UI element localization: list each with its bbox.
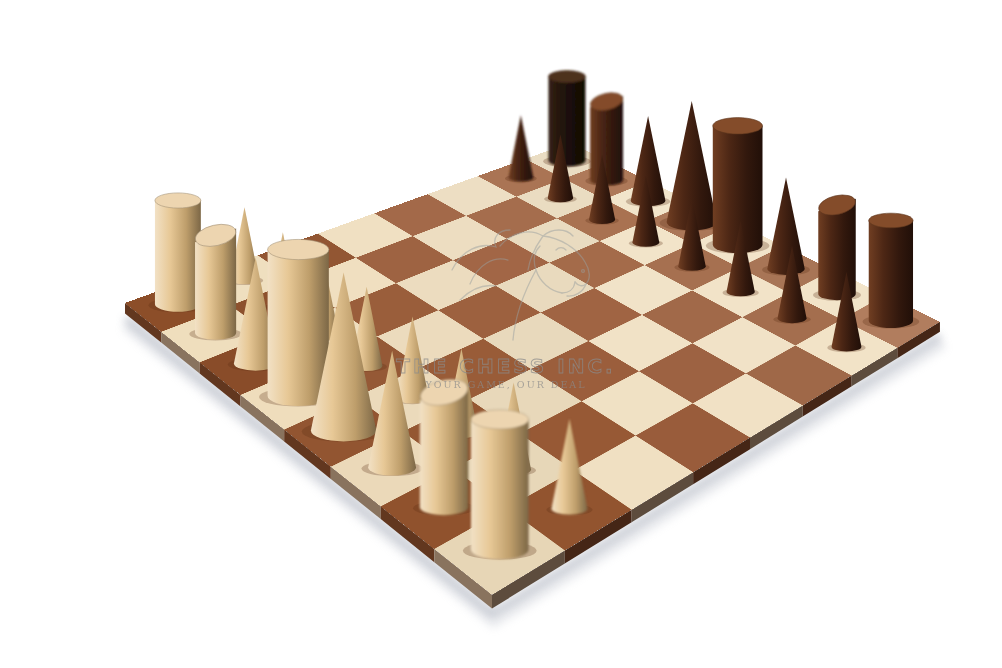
chess-set-product-photo: THE CHESS INC. YOUR GAME, OUR DEAL [0, 0, 1002, 668]
watermark-title: THE CHESS INC. [396, 354, 615, 378]
horse-head-icon [452, 230, 589, 340]
watermark: THE CHESS INC. YOUR GAME, OUR DEAL [0, 0, 1002, 668]
watermark-tagline: YOUR GAME, OUR DEAL [424, 379, 586, 390]
